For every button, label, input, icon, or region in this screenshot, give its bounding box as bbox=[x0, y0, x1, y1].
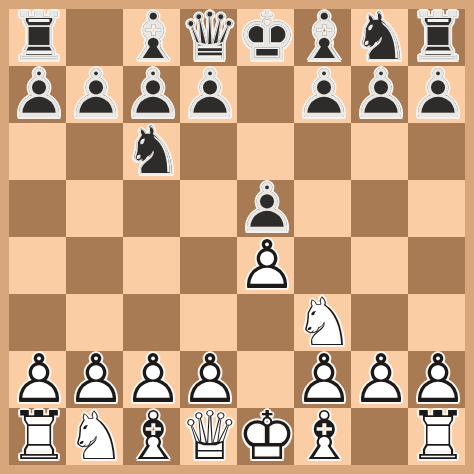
square-g2[interactable]: ♟♙ bbox=[351, 351, 408, 408]
square-h6[interactable] bbox=[408, 123, 465, 180]
piece-fill-glyph: ♞ bbox=[351, 9, 408, 66]
square-c5[interactable] bbox=[123, 180, 180, 237]
piece-outline-glyph: ♙ bbox=[180, 351, 237, 408]
piece-black-bishop[interactable]: ♝♗ bbox=[123, 9, 180, 66]
piece-outline-glyph: ♙ bbox=[408, 351, 465, 408]
piece-white-bishop[interactable]: ♝♗ bbox=[123, 408, 180, 465]
square-c8[interactable]: ♝♗ bbox=[123, 9, 180, 66]
piece-outline-glyph: ♕ bbox=[180, 9, 237, 66]
square-e5[interactable]: ♟♙ bbox=[237, 180, 294, 237]
piece-fill-glyph: ♞ bbox=[294, 294, 351, 351]
piece-white-rook[interactable]: ♜♖ bbox=[9, 408, 66, 465]
piece-white-knight[interactable]: ♞♘ bbox=[66, 408, 123, 465]
piece-outline-glyph: ♖ bbox=[408, 408, 465, 465]
piece-outline-glyph: ♙ bbox=[408, 66, 465, 123]
square-h5[interactable] bbox=[408, 180, 465, 237]
square-d6[interactable] bbox=[180, 123, 237, 180]
square-d4[interactable] bbox=[180, 237, 237, 294]
square-a2[interactable]: ♟♙ bbox=[9, 351, 66, 408]
square-h3[interactable] bbox=[408, 294, 465, 351]
piece-outline-glyph: ♙ bbox=[237, 237, 294, 294]
piece-fill-glyph: ♚ bbox=[237, 408, 294, 465]
piece-outline-glyph: ♗ bbox=[294, 408, 351, 465]
piece-fill-glyph: ♟ bbox=[237, 237, 294, 294]
square-a3[interactable] bbox=[9, 294, 66, 351]
piece-outline-glyph: ♙ bbox=[351, 66, 408, 123]
piece-black-rook[interactable]: ♜♖ bbox=[9, 9, 66, 66]
square-d1[interactable]: ♛♕ bbox=[180, 408, 237, 465]
piece-black-pawn[interactable]: ♟♙ bbox=[9, 66, 66, 123]
piece-fill-glyph: ♟ bbox=[123, 351, 180, 408]
piece-fill-glyph: ♟ bbox=[237, 180, 294, 237]
square-e1[interactable]: ♚♔ bbox=[237, 408, 294, 465]
piece-fill-glyph: ♟ bbox=[123, 66, 180, 123]
square-f8[interactable]: ♝♗ bbox=[294, 9, 351, 66]
piece-black-rook[interactable]: ♜♖ bbox=[408, 9, 465, 66]
piece-outline-glyph: ♙ bbox=[9, 351, 66, 408]
square-d2[interactable]: ♟♙ bbox=[180, 351, 237, 408]
square-c2[interactable]: ♟♙ bbox=[123, 351, 180, 408]
piece-outline-glyph: ♕ bbox=[180, 408, 237, 465]
piece-white-pawn[interactable]: ♟♙ bbox=[408, 351, 465, 408]
piece-white-pawn[interactable]: ♟♙ bbox=[123, 351, 180, 408]
piece-fill-glyph: ♟ bbox=[294, 351, 351, 408]
square-d5[interactable] bbox=[180, 180, 237, 237]
piece-fill-glyph: ♜ bbox=[408, 408, 465, 465]
piece-black-knight[interactable]: ♞♘ bbox=[351, 9, 408, 66]
piece-white-pawn[interactable]: ♟♙ bbox=[180, 351, 237, 408]
piece-white-pawn[interactable]: ♟♙ bbox=[294, 351, 351, 408]
square-f5[interactable] bbox=[294, 180, 351, 237]
square-b7[interactable]: ♟♙ bbox=[66, 66, 123, 123]
square-b8[interactable] bbox=[66, 9, 123, 66]
square-h7[interactable]: ♟♙ bbox=[408, 66, 465, 123]
square-g3[interactable] bbox=[351, 294, 408, 351]
piece-fill-glyph: ♛ bbox=[180, 408, 237, 465]
piece-fill-glyph: ♛ bbox=[180, 9, 237, 66]
piece-fill-glyph: ♟ bbox=[9, 66, 66, 123]
piece-outline-glyph: ♙ bbox=[66, 66, 123, 123]
square-a5[interactable] bbox=[9, 180, 66, 237]
piece-outline-glyph: ♖ bbox=[9, 9, 66, 66]
square-f7[interactable]: ♟♙ bbox=[294, 66, 351, 123]
piece-fill-glyph: ♟ bbox=[351, 351, 408, 408]
piece-black-pawn[interactable]: ♟♙ bbox=[408, 66, 465, 123]
square-h4[interactable] bbox=[408, 237, 465, 294]
square-c4[interactable] bbox=[123, 237, 180, 294]
piece-fill-glyph: ♟ bbox=[294, 66, 351, 123]
piece-outline-glyph: ♗ bbox=[123, 408, 180, 465]
piece-outline-glyph: ♙ bbox=[9, 66, 66, 123]
piece-outline-glyph: ♙ bbox=[123, 66, 180, 123]
square-g5[interactable] bbox=[351, 180, 408, 237]
piece-black-pawn[interactable]: ♟♙ bbox=[66, 66, 123, 123]
square-e2[interactable] bbox=[237, 351, 294, 408]
piece-white-rook[interactable]: ♜♖ bbox=[408, 408, 465, 465]
piece-white-knight[interactable]: ♞♘ bbox=[294, 294, 351, 351]
square-b6[interactable] bbox=[66, 123, 123, 180]
piece-outline-glyph: ♙ bbox=[123, 351, 180, 408]
piece-fill-glyph: ♝ bbox=[123, 9, 180, 66]
piece-outline-glyph: ♗ bbox=[123, 9, 180, 66]
piece-fill-glyph: ♚ bbox=[237, 9, 294, 66]
piece-black-queen[interactable]: ♛♕ bbox=[180, 9, 237, 66]
piece-black-pawn[interactable]: ♟♙ bbox=[123, 66, 180, 123]
piece-white-queen[interactable]: ♛♕ bbox=[180, 408, 237, 465]
square-d8[interactable]: ♛♕ bbox=[180, 9, 237, 66]
piece-fill-glyph: ♜ bbox=[408, 9, 465, 66]
piece-outline-glyph: ♙ bbox=[294, 351, 351, 408]
piece-black-king[interactable]: ♚♔ bbox=[237, 9, 294, 66]
piece-fill-glyph: ♝ bbox=[123, 408, 180, 465]
square-a1[interactable]: ♜♖ bbox=[9, 408, 66, 465]
square-a4[interactable] bbox=[9, 237, 66, 294]
piece-fill-glyph: ♟ bbox=[66, 66, 123, 123]
screenshot-root: { "game": "chess", "position": { "fen": … bbox=[0, 0, 474, 474]
piece-fill-glyph: ♝ bbox=[294, 408, 351, 465]
piece-outline-glyph: ♔ bbox=[237, 9, 294, 66]
square-g1[interactable] bbox=[351, 408, 408, 465]
piece-black-pawn[interactable]: ♟♙ bbox=[351, 66, 408, 123]
square-b5[interactable] bbox=[66, 180, 123, 237]
piece-outline-glyph: ♘ bbox=[66, 408, 123, 465]
piece-black-pawn[interactable]: ♟♙ bbox=[237, 180, 294, 237]
piece-black-pawn[interactable]: ♟♙ bbox=[180, 66, 237, 123]
piece-white-king[interactable]: ♚♔ bbox=[237, 408, 294, 465]
piece-outline-glyph: ♙ bbox=[180, 66, 237, 123]
piece-fill-glyph: ♟ bbox=[66, 351, 123, 408]
square-a8[interactable]: ♜♖ bbox=[9, 9, 66, 66]
square-f3[interactable]: ♞♘ bbox=[294, 294, 351, 351]
piece-outline-glyph: ♘ bbox=[294, 294, 351, 351]
square-a6[interactable] bbox=[9, 123, 66, 180]
piece-fill-glyph: ♟ bbox=[408, 351, 465, 408]
piece-outline-glyph: ♙ bbox=[237, 180, 294, 237]
piece-black-knight[interactable]: ♞♘ bbox=[123, 123, 180, 180]
piece-fill-glyph: ♜ bbox=[9, 408, 66, 465]
square-h2[interactable]: ♟♙ bbox=[408, 351, 465, 408]
square-b2[interactable]: ♟♙ bbox=[66, 351, 123, 408]
piece-outline-glyph: ♙ bbox=[66, 351, 123, 408]
piece-outline-glyph: ♙ bbox=[294, 66, 351, 123]
piece-outline-glyph: ♙ bbox=[351, 351, 408, 408]
piece-white-pawn[interactable]: ♟♙ bbox=[237, 237, 294, 294]
piece-fill-glyph: ♟ bbox=[351, 66, 408, 123]
square-c1[interactable]: ♝♗ bbox=[123, 408, 180, 465]
square-f1[interactable]: ♝♗ bbox=[294, 408, 351, 465]
square-e7[interactable] bbox=[237, 66, 294, 123]
piece-white-pawn[interactable]: ♟♙ bbox=[9, 351, 66, 408]
piece-outline-glyph: ♘ bbox=[123, 123, 180, 180]
piece-outline-glyph: ♘ bbox=[351, 9, 408, 66]
piece-white-pawn[interactable]: ♟♙ bbox=[66, 351, 123, 408]
square-b3[interactable] bbox=[66, 294, 123, 351]
square-g6[interactable] bbox=[351, 123, 408, 180]
piece-fill-glyph: ♞ bbox=[66, 408, 123, 465]
square-f4[interactable] bbox=[294, 237, 351, 294]
square-e8[interactable]: ♚♔ bbox=[237, 9, 294, 66]
piece-fill-glyph: ♝ bbox=[294, 9, 351, 66]
square-c3[interactable] bbox=[123, 294, 180, 351]
square-h8[interactable]: ♜♖ bbox=[408, 9, 465, 66]
square-e4[interactable]: ♟♙ bbox=[237, 237, 294, 294]
piece-fill-glyph: ♟ bbox=[180, 351, 237, 408]
square-b1[interactable]: ♞♘ bbox=[66, 408, 123, 465]
piece-outline-glyph: ♖ bbox=[408, 9, 465, 66]
square-e3[interactable] bbox=[237, 294, 294, 351]
square-c6[interactable]: ♞♘ bbox=[123, 123, 180, 180]
piece-fill-glyph: ♟ bbox=[408, 66, 465, 123]
piece-fill-glyph: ♟ bbox=[9, 351, 66, 408]
square-c7[interactable]: ♟♙ bbox=[123, 66, 180, 123]
piece-outline-glyph: ♗ bbox=[294, 9, 351, 66]
square-h1[interactable]: ♜♖ bbox=[408, 408, 465, 465]
square-f2[interactable]: ♟♙ bbox=[294, 351, 351, 408]
piece-fill-glyph: ♞ bbox=[123, 123, 180, 180]
square-g7[interactable]: ♟♙ bbox=[351, 66, 408, 123]
piece-outline-glyph: ♔ bbox=[237, 408, 294, 465]
square-f6[interactable] bbox=[294, 123, 351, 180]
piece-fill-glyph: ♟ bbox=[180, 66, 237, 123]
piece-white-bishop[interactable]: ♝♗ bbox=[294, 408, 351, 465]
square-g4[interactable] bbox=[351, 237, 408, 294]
piece-white-pawn[interactable]: ♟♙ bbox=[351, 351, 408, 408]
piece-black-bishop[interactable]: ♝♗ bbox=[294, 9, 351, 66]
square-g8[interactable]: ♞♘ bbox=[351, 9, 408, 66]
piece-outline-glyph: ♖ bbox=[9, 408, 66, 465]
square-e6[interactable] bbox=[237, 123, 294, 180]
square-a7[interactable]: ♟♙ bbox=[9, 66, 66, 123]
square-d3[interactable] bbox=[180, 294, 237, 351]
piece-fill-glyph: ♜ bbox=[9, 9, 66, 66]
square-d7[interactable]: ♟♙ bbox=[180, 66, 237, 123]
piece-black-pawn[interactable]: ♟♙ bbox=[294, 66, 351, 123]
square-b4[interactable] bbox=[66, 237, 123, 294]
chess-board: ♜♖♝♗♛♕♚♔♝♗♞♘♜♖♟♙♟♙♟♙♟♙♟♙♟♙♟♙♞♘♟♙♟♙♞♘♟♙♟♙… bbox=[9, 9, 465, 465]
